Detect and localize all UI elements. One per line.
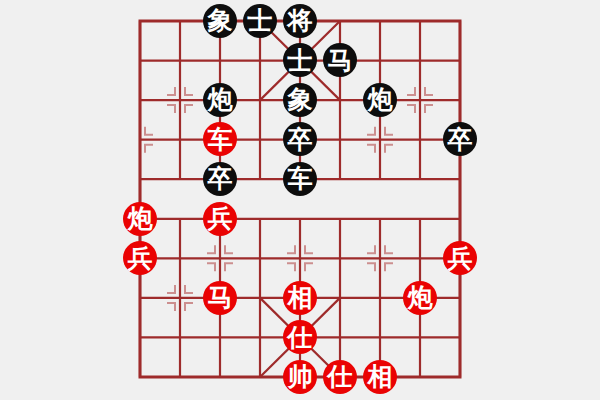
board-point[interactable] <box>240 199 280 239</box>
board-point[interactable] <box>200 357 240 397</box>
red-soldier[interactable]: 兵 <box>123 241 157 275</box>
black-advisor[interactable]: 士 <box>243 4 277 38</box>
board-point[interactable] <box>240 80 280 120</box>
board-point[interactable] <box>360 120 400 160</box>
board-point[interactable] <box>360 1 400 41</box>
board-point[interactable] <box>120 120 160 160</box>
red-horse[interactable]: 马 <box>203 281 237 315</box>
board-point[interactable] <box>320 120 360 160</box>
board-point[interactable] <box>400 199 440 239</box>
red-cannon[interactable]: 炮 <box>123 202 157 236</box>
board-point[interactable]: 卒 <box>440 120 480 160</box>
board-point[interactable]: 卒 <box>200 159 240 199</box>
board-point[interactable]: 马 <box>320 41 360 81</box>
black-advisor[interactable]: 士 <box>283 43 317 77</box>
board-point[interactable] <box>200 317 240 357</box>
board-point[interactable] <box>160 317 200 357</box>
board-point[interactable] <box>280 238 320 278</box>
board-point[interactable] <box>440 159 480 199</box>
board-point[interactable] <box>400 41 440 81</box>
board-point[interactable]: 车 <box>200 120 240 160</box>
board-point[interactable] <box>120 278 160 318</box>
board-point[interactable] <box>200 41 240 81</box>
board-point[interactable] <box>360 41 400 81</box>
red-elephant[interactable]: 相 <box>283 281 317 315</box>
board-point[interactable]: 兵 <box>120 238 160 278</box>
red-advisor[interactable]: 仕 <box>323 360 357 394</box>
board-point[interactable] <box>160 159 200 199</box>
board-point[interactable] <box>320 80 360 120</box>
board-point[interactable] <box>160 120 200 160</box>
board-point[interactable] <box>360 238 400 278</box>
board-point[interactable] <box>240 357 280 397</box>
black-general[interactable]: 将 <box>283 4 317 38</box>
board-point[interactable] <box>440 41 480 81</box>
board-point[interactable] <box>200 238 240 278</box>
black-soldier[interactable]: 卒 <box>203 162 237 196</box>
board-point[interactable]: 马 <box>200 278 240 318</box>
red-chariot[interactable]: 车 <box>203 122 237 156</box>
red-advisor[interactable]: 仕 <box>283 320 317 354</box>
board-point[interactable] <box>240 159 280 199</box>
board-point[interactable]: 士 <box>240 1 280 41</box>
board-point[interactable]: 仕 <box>280 317 320 357</box>
black-cannon[interactable]: 炮 <box>203 83 237 117</box>
board-point[interactable] <box>120 80 160 120</box>
xiangqi-board: 象士将士马炮象炮车卒卒卒车炮兵兵兵马相炮仕帅仕相 <box>120 1 480 396</box>
board-point[interactable] <box>240 41 280 81</box>
board-point[interactable] <box>120 317 160 357</box>
red-general[interactable]: 帅 <box>283 360 317 394</box>
board-point[interactable] <box>320 1 360 41</box>
black-soldier[interactable]: 卒 <box>443 122 477 156</box>
board-point[interactable] <box>160 1 200 41</box>
black-soldier[interactable]: 卒 <box>283 122 317 156</box>
red-elephant[interactable]: 相 <box>363 360 397 394</box>
board-point[interactable]: 仕 <box>320 357 360 397</box>
board-point[interactable] <box>320 159 360 199</box>
board-point[interactable] <box>120 357 160 397</box>
xiangqi-app: 象士将士马炮象炮车卒卒卒车炮兵兵兵马相炮仕帅仕相 <box>0 0 600 400</box>
board-point[interactable] <box>240 278 280 318</box>
board-point[interactable] <box>240 238 280 278</box>
board-point[interactable]: 相 <box>360 357 400 397</box>
board-point[interactable] <box>160 357 200 397</box>
board-point[interactable]: 将 <box>280 1 320 41</box>
board-point[interactable] <box>440 80 480 120</box>
board-point[interactable] <box>400 120 440 160</box>
red-soldier[interactable]: 兵 <box>203 202 237 236</box>
board-point[interactable] <box>400 238 440 278</box>
board-point[interactable] <box>360 278 400 318</box>
board-point[interactable] <box>280 199 320 239</box>
board-point[interactable] <box>320 199 360 239</box>
board-point[interactable] <box>240 120 280 160</box>
board-point[interactable] <box>320 278 360 318</box>
board-point[interactable] <box>440 199 480 239</box>
board-point[interactable]: 兵 <box>200 199 240 239</box>
board-point[interactable]: 炮 <box>120 199 160 239</box>
board-point[interactable]: 帅 <box>280 357 320 397</box>
board-point[interactable] <box>160 80 200 120</box>
board-point[interactable]: 炮 <box>400 278 440 318</box>
board-point[interactable] <box>120 159 160 199</box>
board-point[interactable]: 兵 <box>440 238 480 278</box>
board-point[interactable] <box>320 317 360 357</box>
board-point[interactable] <box>440 317 480 357</box>
board-point[interactable]: 卒 <box>280 120 320 160</box>
board-point[interactable] <box>440 278 480 318</box>
board-point[interactable]: 象 <box>200 1 240 41</box>
black-elephant[interactable]: 象 <box>203 4 237 38</box>
board-point[interactable] <box>400 80 440 120</box>
board-point[interactable] <box>400 317 440 357</box>
board-point[interactable]: 士 <box>280 41 320 81</box>
board-point[interactable]: 炮 <box>360 80 400 120</box>
board-point[interactable]: 象 <box>280 80 320 120</box>
board-point[interactable]: 炮 <box>200 80 240 120</box>
black-chariot[interactable]: 车 <box>283 162 317 196</box>
board-point[interactable] <box>120 41 160 81</box>
board-point[interactable] <box>360 199 400 239</box>
board-point[interactable] <box>440 357 480 397</box>
board-point[interactable] <box>400 1 440 41</box>
board-point[interactable] <box>360 159 400 199</box>
board-point[interactable]: 车 <box>280 159 320 199</box>
board-point[interactable] <box>160 41 200 81</box>
board-point[interactable] <box>240 317 280 357</box>
board-point[interactable] <box>360 317 400 357</box>
board-point[interactable] <box>120 1 160 41</box>
board-point[interactable] <box>160 238 200 278</box>
board-point[interactable] <box>160 278 200 318</box>
black-cannon[interactable]: 炮 <box>363 83 397 117</box>
board-point[interactable]: 相 <box>280 278 320 318</box>
red-cannon[interactable]: 炮 <box>403 281 437 315</box>
black-horse[interactable]: 马 <box>323 43 357 77</box>
red-soldier[interactable]: 兵 <box>443 241 477 275</box>
board-point[interactable] <box>440 1 480 41</box>
black-elephant[interactable]: 象 <box>283 83 317 117</box>
board-point[interactable] <box>400 159 440 199</box>
board-point[interactable] <box>400 357 440 397</box>
board-point[interactable] <box>160 199 200 239</box>
board-point[interactable] <box>320 238 360 278</box>
